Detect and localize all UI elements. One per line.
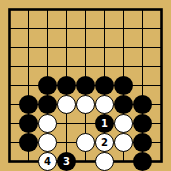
intersection-r8c1[interactable] [0,133,19,152]
black-stone: 3 [57,152,76,171]
intersection-r8c7[interactable] [114,133,133,152]
intersection-r4c9[interactable] [152,57,171,76]
intersection-r1c3[interactable] [38,0,57,19]
intersection-r2c5[interactable] [76,19,95,38]
intersection-r3c7[interactable] [114,38,133,57]
intersection-r3c2[interactable] [19,38,38,57]
black-stone [38,76,57,95]
intersection-r2c3[interactable] [38,19,57,38]
move-number-label: 4 [44,157,51,167]
intersection-r6c2[interactable] [19,95,38,114]
intersection-r6c8[interactable] [133,95,152,114]
white-stone [38,114,57,133]
white-stone [57,95,76,114]
go-board: 1243 [0,0,171,171]
intersection-r3c8[interactable] [133,38,152,57]
intersection-r8c6[interactable]: 2 [95,133,114,152]
black-stone [114,95,133,114]
move-number-label: 3 [63,157,70,167]
intersection-r7c6[interactable]: 1 [95,114,114,133]
intersection-r7c8[interactable] [133,114,152,133]
intersection-r8c3[interactable] [38,133,57,152]
intersection-r4c1[interactable] [0,57,19,76]
intersection-r1c1[interactable] [0,0,19,19]
intersection-r1c9[interactable] [152,0,171,19]
intersection-r7c7[interactable] [114,114,133,133]
white-stone [38,133,57,152]
white-stone: 4 [38,152,57,171]
intersection-r3c4[interactable] [57,38,76,57]
intersection-r9c5[interactable] [76,152,95,171]
intersection-r7c3[interactable] [38,114,57,133]
intersection-r2c1[interactable] [0,19,19,38]
white-stone [76,133,95,152]
intersection-r2c2[interactable] [19,19,38,38]
black-stone [19,114,38,133]
black-stone [95,76,114,95]
intersection-r7c9[interactable] [152,114,171,133]
black-stone [38,95,57,114]
white-stone [114,133,133,152]
white-stone [95,152,114,171]
black-stone [133,114,152,133]
intersection-r5c6[interactable] [95,76,114,95]
intersection-r6c6[interactable] [95,95,114,114]
intersection-r9c8[interactable] [133,152,152,171]
intersection-r5c3[interactable] [38,76,57,95]
intersection-r4c5[interactable] [76,57,95,76]
white-stone: 2 [95,133,114,152]
intersection-r8c2[interactable] [19,133,38,152]
intersection-r5c1[interactable] [0,76,19,95]
move-number-label: 2 [101,138,108,148]
intersection-r3c6[interactable] [95,38,114,57]
intersection-r4c2[interactable] [19,57,38,76]
intersection-r5c5[interactable] [76,76,95,95]
intersection-r4c8[interactable] [133,57,152,76]
intersection-r9c2[interactable] [19,152,38,171]
intersection-r3c3[interactable] [38,38,57,57]
white-stone [95,95,114,114]
intersection-r5c4[interactable] [57,76,76,95]
intersection-r6c3[interactable] [38,95,57,114]
intersection-r5c7[interactable] [114,76,133,95]
intersection-r6c4[interactable] [57,95,76,114]
intersection-r1c6[interactable] [95,0,114,19]
intersection-r3c1[interactable] [0,38,19,57]
intersection-r7c2[interactable] [19,114,38,133]
intersection-r7c4[interactable] [57,114,76,133]
intersection-r9c4[interactable]: 3 [57,152,76,171]
intersection-r8c5[interactable] [76,133,95,152]
intersection-r7c1[interactable] [0,114,19,133]
black-stone [19,133,38,152]
intersection-r5c2[interactable] [19,76,38,95]
black-stone [76,76,95,95]
intersection-r7c5[interactable] [76,114,95,133]
intersection-r1c7[interactable] [114,0,133,19]
intersection-r4c7[interactable] [114,57,133,76]
intersection-r9c3[interactable]: 4 [38,152,57,171]
black-stone [19,95,38,114]
intersection-r9c9[interactable] [152,152,171,171]
black-stone [133,95,152,114]
black-stone [114,76,133,95]
intersection-r4c6[interactable] [95,57,114,76]
white-stone [76,95,95,114]
intersection-r5c8[interactable] [133,76,152,95]
intersection-r8c9[interactable] [152,133,171,152]
intersection-r1c5[interactable] [76,0,95,19]
intersection-r2c7[interactable] [114,19,133,38]
intersection-r9c6[interactable] [95,152,114,171]
intersection-r6c5[interactable] [76,95,95,114]
intersection-r6c9[interactable] [152,95,171,114]
black-stone [57,76,76,95]
intersection-r5c9[interactable] [152,76,171,95]
intersection-r1c4[interactable] [57,0,76,19]
black-stone [133,152,152,171]
black-stone [133,133,152,152]
intersection-r6c1[interactable] [0,95,19,114]
white-stone [114,114,133,133]
intersection-r3c5[interactable] [76,38,95,57]
intersection-r1c8[interactable] [133,0,152,19]
go-diagram: 1243 [0,0,171,171]
move-number-label: 1 [101,119,108,129]
intersection-r2c8[interactable] [133,19,152,38]
intersection-r6c7[interactable] [114,95,133,114]
intersection-r2c9[interactable] [152,19,171,38]
intersection-r3c9[interactable] [152,38,171,57]
black-stone: 1 [95,114,114,133]
intersection-r8c8[interactable] [133,133,152,152]
intersection-r1c2[interactable] [19,0,38,19]
intersection-r2c6[interactable] [95,19,114,38]
intersection-r4c3[interactable] [38,57,57,76]
intersection-r2c4[interactable] [57,19,76,38]
intersection-r8c4[interactable] [57,133,76,152]
intersection-r9c7[interactable] [114,152,133,171]
intersection-r4c4[interactable] [57,57,76,76]
intersection-r9c1[interactable] [0,152,19,171]
